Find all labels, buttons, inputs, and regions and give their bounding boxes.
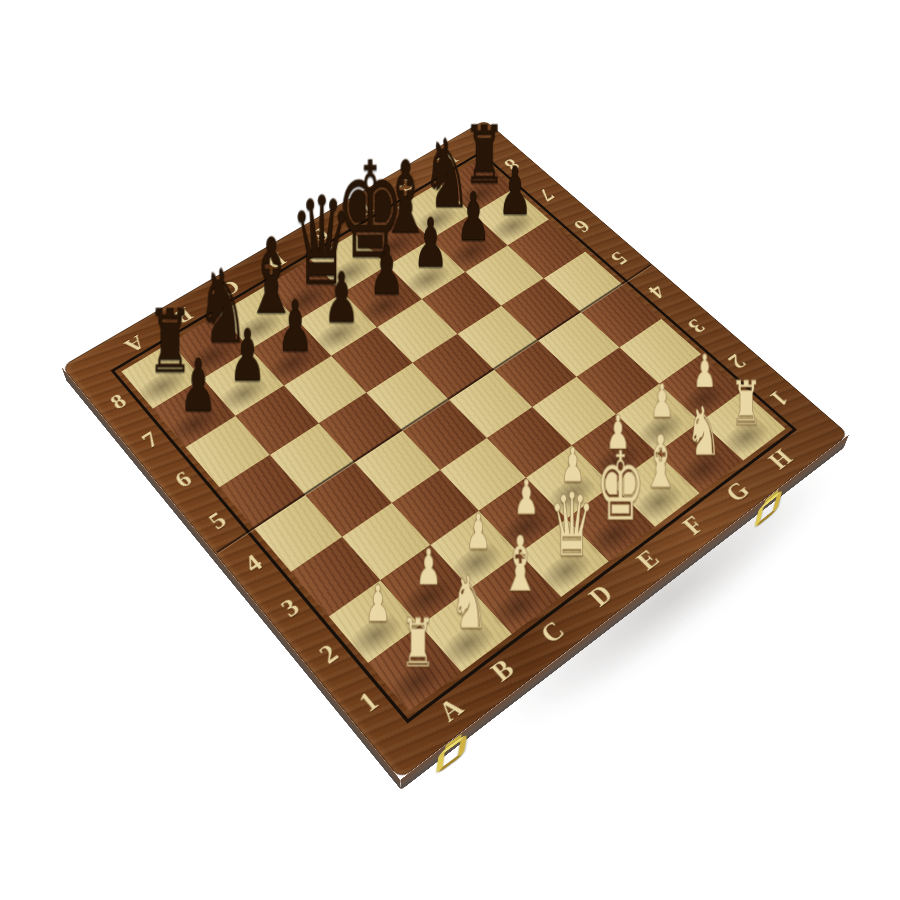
chess-board: AABBCCDDEEFFGGHH8877665544332211 ♜♞♝♛♚♝♞… bbox=[61, 120, 849, 780]
piece-white-pawn[interactable]: ♟ bbox=[410, 547, 447, 588]
piece-black-pawn[interactable]: ♟ bbox=[229, 326, 263, 385]
piece-white-bishop[interactable]: ♝ bbox=[642, 433, 678, 493]
piece-white-pawn[interactable]: ♟ bbox=[508, 478, 544, 518]
piece-white-rook[interactable]: ♜ bbox=[399, 616, 438, 671]
product-photo-scene: AABBCCDDEEFFGGHH8877665544332211 ♜♞♝♛♚♝♞… bbox=[0, 0, 900, 900]
piece-white-king[interactable]: ♚ bbox=[596, 448, 632, 526]
piece-white-rook[interactable]: ♜ bbox=[729, 378, 764, 428]
piece-white-pawn[interactable]: ♟ bbox=[460, 512, 497, 552]
piece-white-pawn[interactable]: ♟ bbox=[644, 383, 679, 421]
piece-black-pawn[interactable]: ♟ bbox=[180, 356, 214, 415]
piece-black-pawn[interactable]: ♟ bbox=[413, 216, 445, 272]
piece-white-knight[interactable]: ♞ bbox=[686, 404, 721, 460]
piece-white-queen[interactable]: ♛ bbox=[549, 488, 586, 560]
piece-black-pawn[interactable]: ♟ bbox=[324, 270, 357, 327]
piece-black-pawn[interactable]: ♟ bbox=[369, 242, 402, 298]
piece-white-pawn[interactable]: ♟ bbox=[359, 583, 397, 625]
piece-black-pawn[interactable]: ♟ bbox=[456, 190, 488, 245]
piece-white-bishop[interactable]: ♝ bbox=[500, 534, 537, 597]
piece-white-knight[interactable]: ♞ bbox=[450, 573, 488, 633]
piece-black-pawn[interactable]: ♟ bbox=[277, 298, 311, 356]
